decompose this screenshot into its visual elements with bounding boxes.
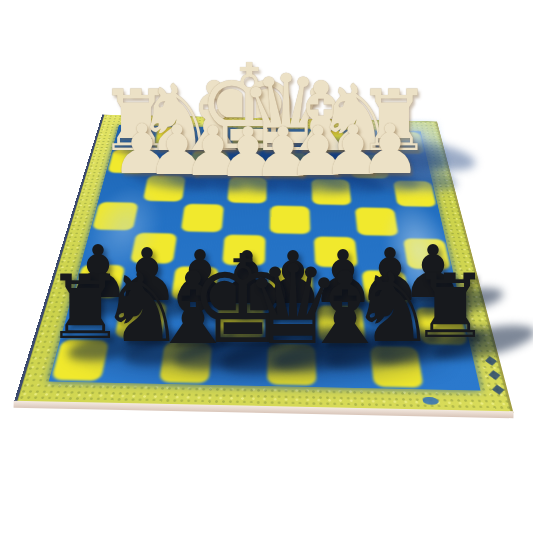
pieces-layer: ♜ ♞ ♝ ♚ ♛ ♝ ♞ ♜ ♟ ♟ ♟ ♟ ♟ ♟ ♟ bbox=[0, 0, 533, 533]
piece-glyph: ♟ bbox=[355, 114, 425, 184]
chess-photo: ♜ ♞ ♝ ♚ ♛ ♝ ♞ ♜ ♟ ♟ ♟ ♟ ♟ ♟ ♟ bbox=[0, 0, 533, 533]
piece-glyph: ♜ bbox=[405, 261, 495, 351]
